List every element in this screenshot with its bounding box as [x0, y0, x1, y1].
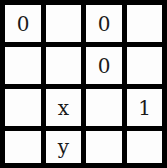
- cell-r4c3[interactable]: [86, 131, 122, 163]
- cell-r2c4[interactable]: [127, 47, 162, 84]
- cell-r1c2[interactable]: [46, 5, 81, 42]
- cell-r4c4[interactable]: [127, 131, 162, 163]
- cell-r3c4[interactable]: 1: [127, 89, 162, 126]
- cell-r3c1[interactable]: [5, 89, 41, 126]
- cell-r2c3[interactable]: 0: [86, 47, 122, 84]
- cell-r2c2[interactable]: [46, 47, 81, 84]
- cell-r2c1[interactable]: [5, 47, 41, 84]
- cell-r1c3[interactable]: 0: [86, 5, 122, 42]
- cell-r4c2[interactable]: y: [46, 131, 81, 163]
- cell-r3c2[interactable]: x: [46, 89, 81, 126]
- cell-r4c1[interactable]: [5, 131, 41, 163]
- cell-r1c1[interactable]: 0: [5, 5, 41, 42]
- cell-r1c4[interactable]: [127, 5, 162, 42]
- puzzle-board: 0 0 0 x 1 y: [0, 0, 167, 168]
- cell-r3c3[interactable]: [86, 89, 122, 126]
